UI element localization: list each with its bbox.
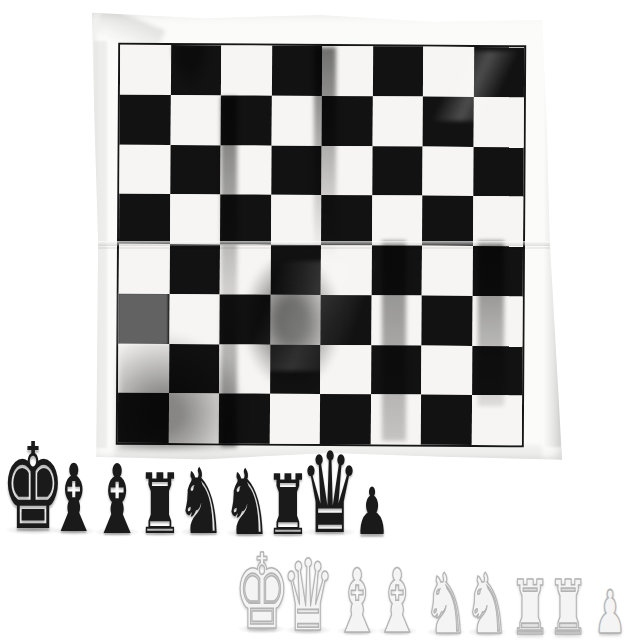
black-knight-6: ♞ bbox=[223, 466, 272, 539]
white-pawn-9: ♟ bbox=[594, 589, 626, 637]
white-knight-5: ♞ bbox=[424, 571, 469, 638]
black-pawn-9: ♟ bbox=[355, 486, 390, 538]
product-photo: ♚♝♝♜♞♞♜♛♟♚♛♝♝♞♞♜♜♟ bbox=[0, 0, 640, 640]
white-rook-8: ♜ bbox=[548, 578, 589, 638]
pieces-layer: ♚♝♝♜♞♞♜♛♟♚♛♝♝♞♞♜♜♟ bbox=[0, 0, 640, 640]
black-queen-8: ♛ bbox=[300, 449, 360, 538]
white-queen-2: ♛ bbox=[281, 557, 334, 636]
black-bishop-3: ♝ bbox=[91, 461, 143, 538]
white-bishop-4: ♝ bbox=[373, 566, 421, 637]
white-knight-6: ♞ bbox=[465, 571, 510, 638]
black-knight-5: ♞ bbox=[177, 465, 226, 538]
white-rook-7: ♜ bbox=[510, 578, 551, 638]
